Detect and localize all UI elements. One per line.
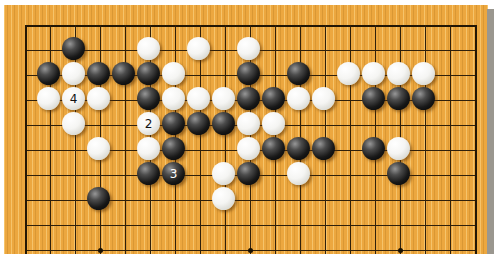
white-stone-move-2: 2 <box>137 112 160 135</box>
white-stone <box>412 62 435 85</box>
white-stone <box>212 187 235 210</box>
grid-vline <box>450 25 451 254</box>
black-stone <box>137 87 160 110</box>
black-stone <box>87 62 110 85</box>
black-stone <box>187 112 210 135</box>
white-stone <box>187 37 210 60</box>
white-stone <box>312 87 335 110</box>
black-stone <box>287 62 310 85</box>
hoshi-point <box>398 248 403 253</box>
white-stone <box>287 87 310 110</box>
black-stone <box>62 37 85 60</box>
white-stone <box>137 137 160 160</box>
white-stone <box>62 62 85 85</box>
white-stone <box>87 137 110 160</box>
white-stone <box>337 62 360 85</box>
black-stone <box>237 62 260 85</box>
white-stone <box>87 87 110 110</box>
white-stone <box>187 87 210 110</box>
white-stone <box>237 37 260 60</box>
go-diagram: 423 <box>0 0 500 257</box>
white-stone <box>237 112 260 135</box>
black-stone <box>237 162 260 185</box>
black-stone <box>287 137 310 160</box>
black-stone <box>387 162 410 185</box>
black-stone <box>137 62 160 85</box>
black-stone <box>212 112 235 135</box>
white-stone <box>62 112 85 135</box>
black-stone <box>87 187 110 210</box>
white-stone <box>387 62 410 85</box>
black-stone <box>262 87 285 110</box>
white-stone <box>162 87 185 110</box>
black-stone <box>387 87 410 110</box>
black-stone <box>112 62 135 85</box>
black-stone <box>162 112 185 135</box>
move-number-label: 2 <box>145 118 153 130</box>
hoshi-point <box>98 248 103 253</box>
white-stone <box>137 37 160 60</box>
move-number-label: 4 <box>70 93 78 105</box>
goban-wood[interactable]: 423 <box>4 5 488 254</box>
grid-vline <box>50 25 51 254</box>
white-stone <box>362 62 385 85</box>
black-stone <box>312 137 335 160</box>
black-stone-move-3: 3 <box>162 162 185 185</box>
white-stone <box>37 87 60 110</box>
black-stone <box>412 87 435 110</box>
board-edge-shadow <box>487 9 494 254</box>
white-stone <box>212 87 235 110</box>
black-stone <box>262 137 285 160</box>
black-stone <box>362 137 385 160</box>
hoshi-point <box>248 248 253 253</box>
white-stone <box>287 162 310 185</box>
white-stone-move-4: 4 <box>62 87 85 110</box>
white-stone <box>212 162 235 185</box>
black-stone <box>362 87 385 110</box>
black-stone <box>137 162 160 185</box>
grid-vline <box>425 25 426 254</box>
grid-vline <box>225 25 226 254</box>
grid-vline <box>125 25 126 254</box>
grid-vline <box>350 25 351 254</box>
grid-vline <box>475 25 477 254</box>
white-stone <box>162 62 185 85</box>
white-stone <box>387 137 410 160</box>
move-number-label: 3 <box>170 168 178 180</box>
black-stone <box>37 62 60 85</box>
black-stone <box>162 137 185 160</box>
white-stone <box>237 137 260 160</box>
black-stone <box>237 87 260 110</box>
white-stone <box>262 112 285 135</box>
grid-vline <box>25 25 27 254</box>
